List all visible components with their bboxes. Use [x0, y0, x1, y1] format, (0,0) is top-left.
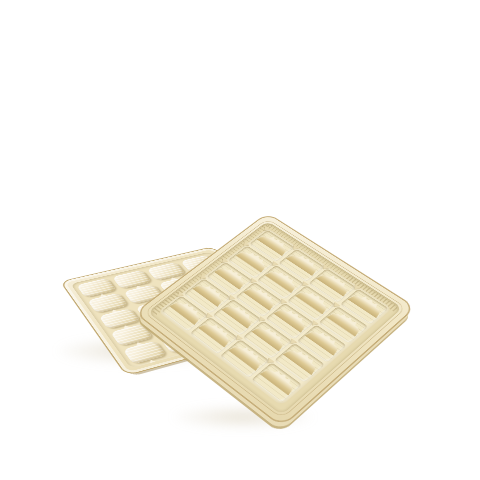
cavity-bump	[123, 341, 167, 364]
product-photo-scene	[0, 0, 480, 480]
dumpling-tray	[134, 212, 416, 427]
